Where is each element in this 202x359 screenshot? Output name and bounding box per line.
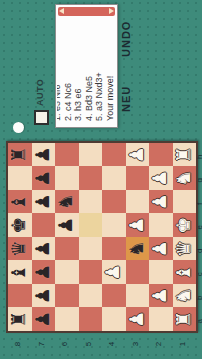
white-to-move-indicator (13, 122, 24, 133)
piece-black-pawn: ♟ (31, 264, 55, 281)
square-e7[interactable] (32, 214, 56, 238)
square-e5[interactable] (79, 214, 103, 238)
square-c3[interactable] (126, 261, 150, 285)
square-d1[interactable]: ♛ (173, 237, 197, 261)
piece-black-pawn: ♟ (31, 240, 55, 257)
square-c2[interactable] (149, 261, 173, 285)
square-h5[interactable] (79, 143, 103, 167)
piece-black-pawn: ♟ (54, 217, 78, 234)
square-b2[interactable]: ♟ (149, 284, 173, 308)
piece-white-king: ♚ (172, 217, 196, 234)
square-a7[interactable]: ♟ (32, 308, 56, 332)
piece-black-rook: ♜ (7, 311, 31, 328)
rank-label-4: 4 (100, 335, 124, 353)
file-label-d: d (195, 239, 202, 263)
move-list: 1. e3 Nf62. c4 Nc63. h3 e64. Bd3 Ne55. a… (57, 20, 116, 121)
piece-white-pawn: ♟ (148, 287, 172, 304)
screenshot-stage: ♜♝♛♚♝♜♟♟♟♟♟♟♟♟♞♟♟♞♟♟♟♟♟♟♜♞♝♛♚♞♜ 87654321… (0, 0, 202, 359)
scroll-up-icon[interactable] (59, 9, 64, 15)
piece-white-rook: ♜ (172, 146, 196, 163)
piece-black-bishop: ♝ (7, 264, 31, 281)
status-text: Your move! (105, 20, 116, 121)
square-b6[interactable] (55, 284, 79, 308)
piece-black-bishop: ♝ (7, 193, 31, 210)
piece-white-knight: ♞ (172, 170, 196, 187)
chess-app-canvas: ♜♝♛♚♝♜♟♟♟♟♟♟♟♟♞♟♟♞♟♟♟♟♟♟♜♞♝♛♚♞♜ 87654321… (0, 0, 202, 359)
file-label-g: g (195, 169, 202, 193)
square-c5[interactable] (79, 261, 103, 285)
rank-label-1: 1 (171, 335, 195, 353)
piece-white-pawn: ♟ (125, 146, 149, 163)
square-h1[interactable]: ♜ (173, 143, 197, 167)
square-b5[interactable] (79, 284, 103, 308)
piece-white-pawn: ♟ (148, 170, 172, 187)
scroll-down-icon[interactable] (109, 9, 114, 15)
square-b4[interactable] (102, 284, 126, 308)
square-a5[interactable] (79, 308, 103, 332)
move-list-item: 4. Bd3 Ne5 (84, 20, 95, 121)
piece-black-rook: ♜ (7, 146, 31, 163)
square-f2[interactable]: ♟ (149, 190, 173, 214)
rank-label-2: 2 (147, 335, 171, 353)
square-h8[interactable]: ♜ (8, 143, 32, 167)
piece-white-queen: ♛ (172, 240, 196, 257)
file-label-a: a (195, 310, 202, 334)
piece-white-pawn: ♟ (148, 240, 172, 257)
square-g2[interactable]: ♟ (149, 167, 173, 191)
file-label-h: h (195, 145, 202, 169)
piece-black-pawn: ♟ (31, 287, 55, 304)
square-d6[interactable] (55, 237, 79, 261)
square-e2[interactable] (149, 214, 173, 238)
piece-white-knight: ♞ (172, 287, 196, 304)
square-a8[interactable]: ♜ (8, 308, 32, 332)
square-f5[interactable] (79, 190, 103, 214)
square-g6[interactable] (55, 167, 79, 191)
file-label-e: e (195, 216, 202, 240)
square-d8[interactable]: ♛ (8, 237, 32, 261)
square-f8[interactable]: ♝ (8, 190, 32, 214)
square-e4[interactable] (102, 214, 126, 238)
square-h2[interactable] (149, 143, 173, 167)
square-b3[interactable] (126, 284, 150, 308)
square-a1[interactable]: ♜ (173, 308, 197, 332)
move-list-item: 3. h3 e6 (73, 20, 84, 121)
piece-black-pawn: ♟ (31, 146, 55, 163)
square-c1[interactable]: ♝ (173, 261, 197, 285)
square-a6[interactable] (55, 308, 79, 332)
piece-black-knight: ♞ (125, 240, 149, 257)
square-c8[interactable]: ♝ (8, 261, 32, 285)
square-b7[interactable]: ♟ (32, 284, 56, 308)
square-g1[interactable]: ♞ (173, 167, 197, 191)
square-d2[interactable]: ♟ (149, 237, 173, 261)
file-label-f: f (195, 192, 202, 216)
piece-white-pawn: ♟ (125, 217, 149, 234)
square-g5[interactable] (79, 167, 103, 191)
square-h7[interactable]: ♟ (32, 143, 56, 167)
rank-label-7: 7 (30, 335, 54, 353)
piece-white-pawn: ♟ (125, 311, 149, 328)
rank-label-6: 6 (53, 335, 77, 353)
square-d3[interactable]: ♞ (126, 237, 150, 261)
auto-checkbox[interactable] (34, 110, 49, 125)
piece-black-knight: ♞ (54, 193, 78, 210)
square-c6[interactable] (55, 261, 79, 285)
file-label-c: c (195, 263, 202, 287)
move-list-item: 5. a3 Nxd3+ (94, 20, 105, 121)
piece-white-bishop: ♝ (172, 264, 196, 281)
square-g8[interactable] (8, 167, 32, 191)
square-h4[interactable] (102, 143, 126, 167)
rank-label-8: 8 (6, 335, 30, 353)
square-g3[interactable] (126, 167, 150, 191)
piece-white-pawn: ♟ (101, 264, 125, 281)
square-f3[interactable] (126, 190, 150, 214)
square-a4[interactable] (102, 308, 126, 332)
square-f6[interactable]: ♞ (55, 190, 79, 214)
square-f1[interactable] (173, 190, 197, 214)
square-a3[interactable]: ♟ (126, 308, 150, 332)
square-a2[interactable] (149, 308, 173, 332)
square-e6[interactable]: ♟ (55, 214, 79, 238)
square-e3[interactable]: ♟ (126, 214, 150, 238)
piece-black-king: ♚ (7, 217, 31, 234)
move-list-item: 2. c4 Nc6 (63, 20, 74, 121)
piece-white-rook: ♜ (172, 311, 196, 328)
square-g7[interactable]: ♟ (32, 167, 56, 191)
undo-button[interactable]: UNDO (120, 21, 132, 57)
rank-label-3: 3 (124, 335, 148, 353)
square-c4[interactable]: ♟ (102, 261, 126, 285)
piece-black-queen: ♛ (7, 240, 31, 257)
square-f4[interactable] (102, 190, 126, 214)
square-e8[interactable]: ♚ (8, 214, 32, 238)
rank-label-5: 5 (77, 335, 101, 353)
auto-checkbox-label: AUTO (35, 79, 45, 106)
move-list-panel: 1. e3 Nf62. c4 Nc63. h3 e64. Bd3 Ne55. a… (55, 4, 118, 128)
piece-black-pawn: ♟ (31, 170, 55, 187)
new-game-button[interactable]: NEU (120, 86, 132, 112)
square-b1[interactable]: ♞ (173, 284, 197, 308)
piece-black-pawn: ♟ (31, 311, 55, 328)
square-b8[interactable] (8, 284, 32, 308)
square-h6[interactable] (55, 143, 79, 167)
move-list-scrollbar[interactable] (58, 7, 115, 16)
square-d5[interactable] (79, 237, 103, 261)
square-h3[interactable]: ♟ (126, 143, 150, 167)
piece-black-pawn: ♟ (31, 193, 55, 210)
piece-white-pawn: ♟ (148, 193, 172, 210)
square-e1[interactable]: ♚ (173, 214, 197, 238)
square-f7[interactable]: ♟ (32, 190, 56, 214)
square-d7[interactable]: ♟ (32, 237, 56, 261)
square-d4[interactable] (102, 237, 126, 261)
chess-board: ♜♝♛♚♝♜♟♟♟♟♟♟♟♟♞♟♟♞♟♟♟♟♟♟♜♞♝♛♚♞♜ (6, 141, 198, 333)
square-g4[interactable] (102, 167, 126, 191)
file-label-b: b (195, 286, 202, 310)
square-c7[interactable]: ♟ (32, 261, 56, 285)
